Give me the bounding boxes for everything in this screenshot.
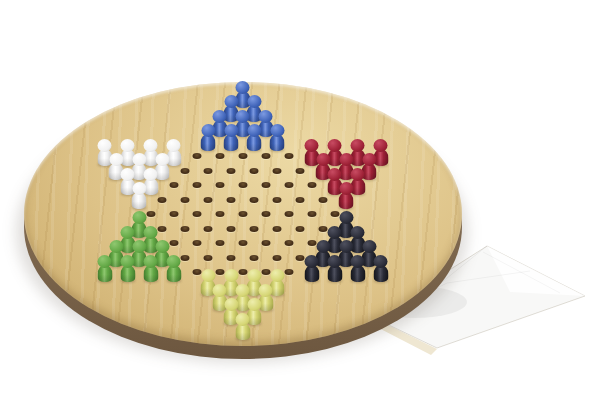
peg-green[interactable] bbox=[142, 255, 159, 282]
board-hole[interactable] bbox=[250, 255, 259, 261]
board-hole[interactable] bbox=[296, 168, 305, 174]
peg-blue[interactable] bbox=[246, 124, 263, 151]
peg-blue[interactable] bbox=[200, 124, 217, 151]
board-hole[interactable] bbox=[204, 255, 213, 261]
board-hole[interactable] bbox=[250, 197, 259, 203]
board-hole[interactable] bbox=[284, 153, 293, 159]
board-hole[interactable] bbox=[204, 197, 213, 203]
peg-green[interactable] bbox=[96, 255, 113, 282]
peg-green[interactable] bbox=[119, 255, 136, 282]
board-hole[interactable] bbox=[169, 211, 178, 217]
board-hole[interactable] bbox=[192, 153, 201, 159]
board-hole[interactable] bbox=[238, 153, 247, 159]
board-hole[interactable] bbox=[227, 168, 236, 174]
peg-black[interactable] bbox=[372, 255, 389, 282]
board-hole[interactable] bbox=[192, 211, 201, 217]
peg-green[interactable] bbox=[165, 255, 182, 282]
board-hole[interactable] bbox=[250, 168, 259, 174]
board-hole[interactable] bbox=[284, 182, 293, 188]
peg-blue[interactable] bbox=[223, 124, 240, 151]
peg-red[interactable] bbox=[338, 182, 355, 209]
board-hole[interactable] bbox=[215, 153, 224, 159]
peg-black[interactable] bbox=[303, 255, 320, 282]
board-surface bbox=[24, 82, 462, 346]
board-hole[interactable] bbox=[296, 197, 305, 203]
board-hole[interactable] bbox=[192, 182, 201, 188]
board-hole[interactable] bbox=[238, 182, 247, 188]
peg-black[interactable] bbox=[326, 255, 343, 282]
peg-blue[interactable] bbox=[269, 124, 286, 151]
board-hole[interactable] bbox=[273, 255, 282, 261]
board-hole[interactable] bbox=[307, 211, 316, 217]
board-hole[interactable] bbox=[307, 182, 316, 188]
board-hole[interactable] bbox=[261, 182, 270, 188]
board-hole[interactable] bbox=[273, 168, 282, 174]
peg-yellow[interactable] bbox=[234, 313, 251, 340]
board-hole[interactable] bbox=[227, 255, 236, 261]
board-hole[interactable] bbox=[284, 240, 293, 246]
board-hole[interactable] bbox=[181, 226, 190, 232]
board-hole[interactable] bbox=[227, 197, 236, 203]
board-hole[interactable] bbox=[215, 240, 224, 246]
board-hole[interactable] bbox=[215, 211, 224, 217]
board-hole[interactable] bbox=[181, 197, 190, 203]
board-hole[interactable] bbox=[238, 211, 247, 217]
board-hole[interactable] bbox=[261, 211, 270, 217]
peg-white[interactable] bbox=[131, 182, 148, 209]
board-hole[interactable] bbox=[261, 240, 270, 246]
board-hole[interactable] bbox=[181, 168, 190, 174]
board-hole[interactable] bbox=[158, 197, 167, 203]
board-hole[interactable] bbox=[215, 182, 224, 188]
board-hole[interactable] bbox=[227, 226, 236, 232]
board-hole[interactable] bbox=[319, 197, 328, 203]
board-hole[interactable] bbox=[284, 211, 293, 217]
board-hole[interactable] bbox=[204, 168, 213, 174]
peg-black[interactable] bbox=[349, 255, 366, 282]
board-hole[interactable] bbox=[169, 182, 178, 188]
board-hole[interactable] bbox=[192, 240, 201, 246]
board-grid bbox=[99, 91, 387, 338]
board-hole[interactable] bbox=[261, 153, 270, 159]
board-hole[interactable] bbox=[273, 197, 282, 203]
board-hole[interactable] bbox=[250, 226, 259, 232]
board-hole[interactable] bbox=[238, 240, 247, 246]
board-hole[interactable] bbox=[273, 226, 282, 232]
board-hole[interactable] bbox=[296, 226, 305, 232]
scene bbox=[0, 0, 600, 400]
board-hole[interactable] bbox=[204, 226, 213, 232]
